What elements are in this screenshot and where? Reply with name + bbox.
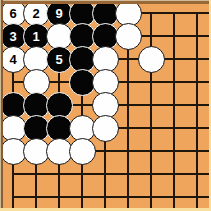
board-frame-right	[209, 0, 211, 211]
board-frame-bottom	[0, 208, 211, 211]
move-number: 4	[9, 53, 16, 66]
move-number: 9	[55, 7, 62, 20]
white-stone	[115, 23, 142, 50]
grid-line-vertical	[173, 12, 175, 210]
white-stone	[92, 115, 119, 142]
grid-line-vertical	[150, 12, 152, 210]
white-stone	[138, 46, 165, 73]
move-number: 3	[9, 30, 16, 43]
grid-line-vertical	[196, 12, 198, 210]
go-board: 6293145	[0, 0, 211, 211]
grid-line-horizontal	[12, 196, 210, 198]
move-number: 2	[32, 7, 39, 20]
white-stone	[69, 138, 96, 165]
board-frame-top	[0, 0, 211, 4]
move-number: 6	[9, 7, 16, 20]
move-number: 5	[55, 53, 62, 66]
move-number: 1	[32, 30, 39, 43]
grid-line-horizontal	[12, 173, 210, 175]
board-frame-left	[0, 0, 3, 211]
